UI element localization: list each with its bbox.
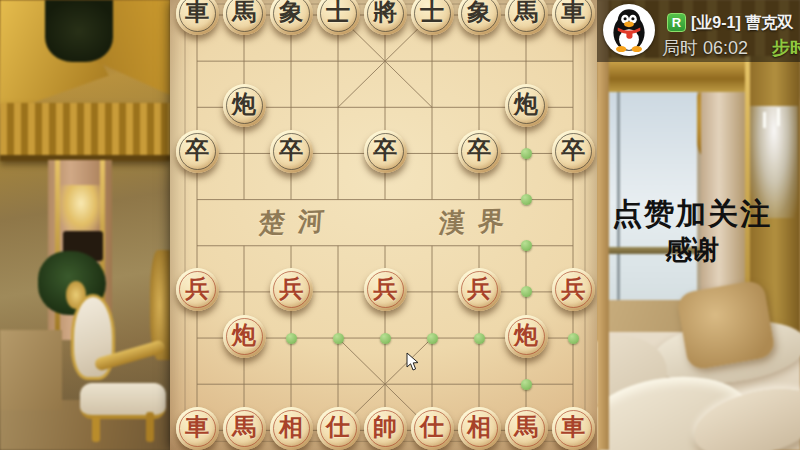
piece-glyph: 車 <box>185 0 209 24</box>
piece-black-soldier[interactable]: 卒 <box>364 130 407 173</box>
ceiling-foliage <box>45 0 113 62</box>
piece-glyph: 馬 <box>232 415 256 439</box>
piece-black-general[interactable]: 將 <box>364 0 407 35</box>
piece-red-soldier[interactable]: 兵 <box>270 268 313 311</box>
piece-glyph: 士 <box>326 0 350 24</box>
move-hint-dot[interactable] <box>521 240 532 251</box>
piece-red-advisor[interactable]: 仕 <box>411 407 454 450</box>
piece-red-soldier[interactable]: 兵 <box>364 268 407 311</box>
damask-pillow <box>676 279 776 371</box>
move-hint-dot[interactable] <box>521 194 532 205</box>
piece-red-general[interactable]: 帥 <box>364 407 407 450</box>
move-hint-dot[interactable] <box>521 379 532 390</box>
piece-black-cannon[interactable]: 炮 <box>505 84 548 127</box>
piece-glyph: 炮 <box>232 92 256 116</box>
app-window: 楚河 漢界 車馬象士將士象馬車炮炮卒卒卒卒卒兵兵兵兵兵炮炮車馬相仕帥仕相馬車 <box>0 0 800 450</box>
piece-black-horse[interactable]: 馬 <box>223 0 266 35</box>
move-hint-dot[interactable] <box>568 333 579 344</box>
piece-glyph: 象 <box>279 0 303 24</box>
background-photo-left <box>0 0 170 450</box>
promo-text: 点赞加关注 感谢 <box>597 194 787 266</box>
piece-glyph: 仕 <box>420 415 444 439</box>
mouse-cursor <box>406 352 420 372</box>
move-hint-dot[interactable] <box>333 333 344 344</box>
piece-red-chariot[interactable]: 車 <box>176 407 219 450</box>
piece-glyph: 炮 <box>514 92 538 116</box>
piece-glyph: 車 <box>561 415 585 439</box>
piece-glyph: 馬 <box>514 415 538 439</box>
piece-red-horse[interactable]: 馬 <box>505 407 548 450</box>
piece-glyph: 卒 <box>279 138 303 162</box>
piece-glyph: 相 <box>279 415 303 439</box>
piece-black-soldier[interactable]: 卒 <box>176 130 219 173</box>
move-hint-dot[interactable] <box>427 333 438 344</box>
chandelier-candle <box>777 108 780 126</box>
stream-info-overlay: R [业9-1] 曹克双 局时 06:02 步时 <box>597 0 800 62</box>
piece-red-horse[interactable]: 馬 <box>223 407 266 450</box>
piece-glyph: 車 <box>561 0 585 24</box>
move-hint-dot[interactable] <box>521 148 532 159</box>
piece-glyph: 卒 <box>561 138 585 162</box>
piece-glyph: 車 <box>185 415 209 439</box>
piece-black-advisor[interactable]: 士 <box>411 0 454 35</box>
piece-black-elephant[interactable]: 象 <box>270 0 313 35</box>
piece-red-elephant[interactable]: 相 <box>458 407 501 450</box>
game-time-label: 局时 <box>662 38 698 58</box>
piece-glyph: 相 <box>467 415 491 439</box>
move-hint-dot[interactable] <box>286 333 297 344</box>
rank-badge: R <box>667 13 686 32</box>
armchair-leg <box>92 416 100 442</box>
piece-red-chariot[interactable]: 車 <box>552 407 595 450</box>
piece-glyph: 炮 <box>514 323 538 347</box>
chandelier-candle <box>763 112 766 128</box>
river-label-han-jie: 漢界 <box>438 203 518 241</box>
piece-red-cannon[interactable]: 炮 <box>505 315 548 358</box>
piece-black-advisor[interactable]: 士 <box>317 0 360 35</box>
piece-glyph: 仕 <box>326 415 350 439</box>
piece-glyph: 兵 <box>561 277 585 301</box>
qq-logo-icon <box>603 4 655 56</box>
piece-glyph: 卒 <box>185 138 209 162</box>
piece-glyph: 士 <box>420 0 444 24</box>
piece-glyph: 兵 <box>467 277 491 301</box>
gold-beam <box>0 103 170 161</box>
piece-glyph: 兵 <box>279 277 303 301</box>
piece-black-soldier[interactable]: 卒 <box>552 130 595 173</box>
piece-glyph: 卒 <box>467 138 491 162</box>
piece-glyph: 卒 <box>373 138 397 162</box>
piece-red-advisor[interactable]: 仕 <box>317 407 360 450</box>
piece-black-horse[interactable]: 馬 <box>505 0 548 35</box>
piece-glyph: 兵 <box>373 277 397 301</box>
step-time-label: 步时 <box>772 36 800 60</box>
player-name: [业9-1] 曹克双 <box>691 13 793 34</box>
piece-black-soldier[interactable]: 卒 <box>458 130 501 173</box>
piece-glyph: 帥 <box>373 415 397 439</box>
piece-glyph: 馬 <box>514 0 538 24</box>
board-grid <box>170 0 597 450</box>
piece-red-soldier[interactable]: 兵 <box>458 268 501 311</box>
move-hint-dot[interactable] <box>474 333 485 344</box>
piece-black-chariot[interactable]: 車 <box>176 0 219 35</box>
armchair-leg <box>146 412 154 442</box>
candelabra <box>58 185 104 237</box>
piece-black-elephant[interactable]: 象 <box>458 0 501 35</box>
piece-glyph: 象 <box>467 0 491 24</box>
piece-glyph: 馬 <box>232 0 256 24</box>
piece-black-soldier[interactable]: 卒 <box>270 130 313 173</box>
xiangqi-board[interactable]: 楚河 漢界 車馬象士將士象馬車炮炮卒卒卒卒卒兵兵兵兵兵炮炮車馬相仕帥仕相馬車 <box>170 0 597 450</box>
promo-line1: 点赞加关注 <box>597 194 787 234</box>
piece-red-elephant[interactable]: 相 <box>270 407 313 450</box>
move-hint-dot[interactable] <box>521 286 532 297</box>
piece-glyph: 將 <box>373 0 397 24</box>
game-time-value: 06:02 <box>703 38 748 58</box>
piece-red-cannon[interactable]: 炮 <box>223 315 266 358</box>
piece-glyph: 兵 <box>185 277 209 301</box>
piece-black-cannon[interactable]: 炮 <box>223 84 266 127</box>
piece-red-soldier[interactable]: 兵 <box>176 268 219 311</box>
move-hint-dot[interactable] <box>380 333 391 344</box>
river-label-chu-he: 楚河 <box>258 203 338 241</box>
piece-black-chariot[interactable]: 車 <box>552 0 595 35</box>
game-time: 局时 06:02 <box>662 36 748 60</box>
piece-glyph: 炮 <box>232 323 256 347</box>
promo-line2: 感谢 <box>597 234 787 266</box>
piece-red-soldier[interactable]: 兵 <box>552 268 595 311</box>
marble-floor <box>0 330 62 410</box>
